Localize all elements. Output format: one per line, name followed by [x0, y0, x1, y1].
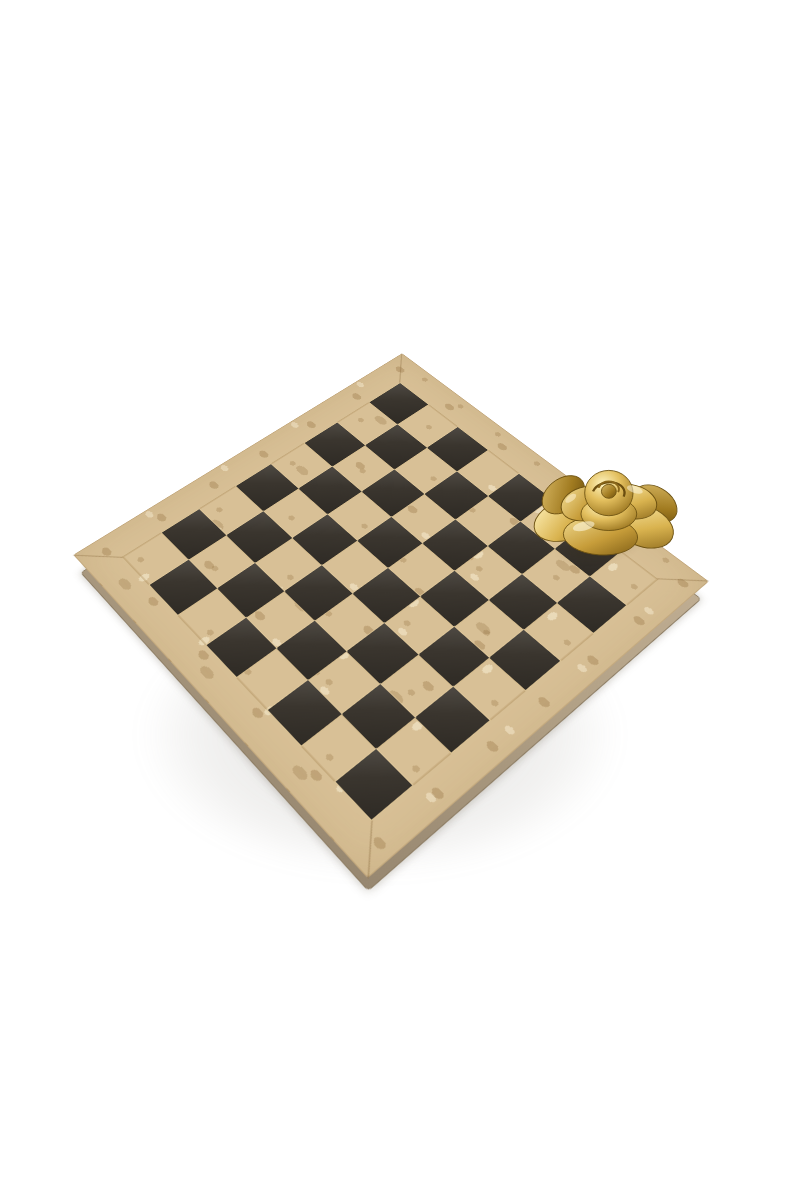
light-square: [380, 654, 452, 717]
border-mitre-seam: [399, 353, 402, 383]
light-square: [454, 600, 524, 658]
dark-square: [557, 576, 626, 632]
dark-square: [418, 626, 489, 686]
dark-square: [277, 620, 347, 680]
light-square: [524, 602, 594, 660]
dark-square: [206, 617, 276, 676]
light-square: [301, 714, 376, 782]
gold-rose-ornament: [528, 446, 686, 568]
dark-square: [489, 574, 558, 630]
light-square: [315, 594, 384, 652]
dark-square: [347, 623, 418, 683]
dark-square: [217, 562, 284, 617]
light-square: [376, 717, 452, 785]
dark-square: [420, 571, 488, 627]
border-mitre-seam: [73, 555, 123, 558]
dark-square: [341, 683, 415, 748]
border-mitre-seam: [657, 578, 709, 581]
light-square: [237, 648, 309, 710]
light-square: [384, 597, 454, 655]
dark-square: [268, 680, 341, 745]
dark-square: [335, 749, 412, 820]
dark-square: [352, 568, 420, 623]
dark-square: [284, 565, 352, 620]
light-square: [246, 591, 315, 648]
light-square: [453, 658, 526, 721]
product-photo: [0, 0, 800, 1200]
dark-square: [415, 687, 489, 752]
dark-square: [489, 629, 560, 690]
border-mitre-seam: [368, 820, 373, 879]
light-square: [308, 651, 380, 713]
light-square: [178, 588, 247, 645]
